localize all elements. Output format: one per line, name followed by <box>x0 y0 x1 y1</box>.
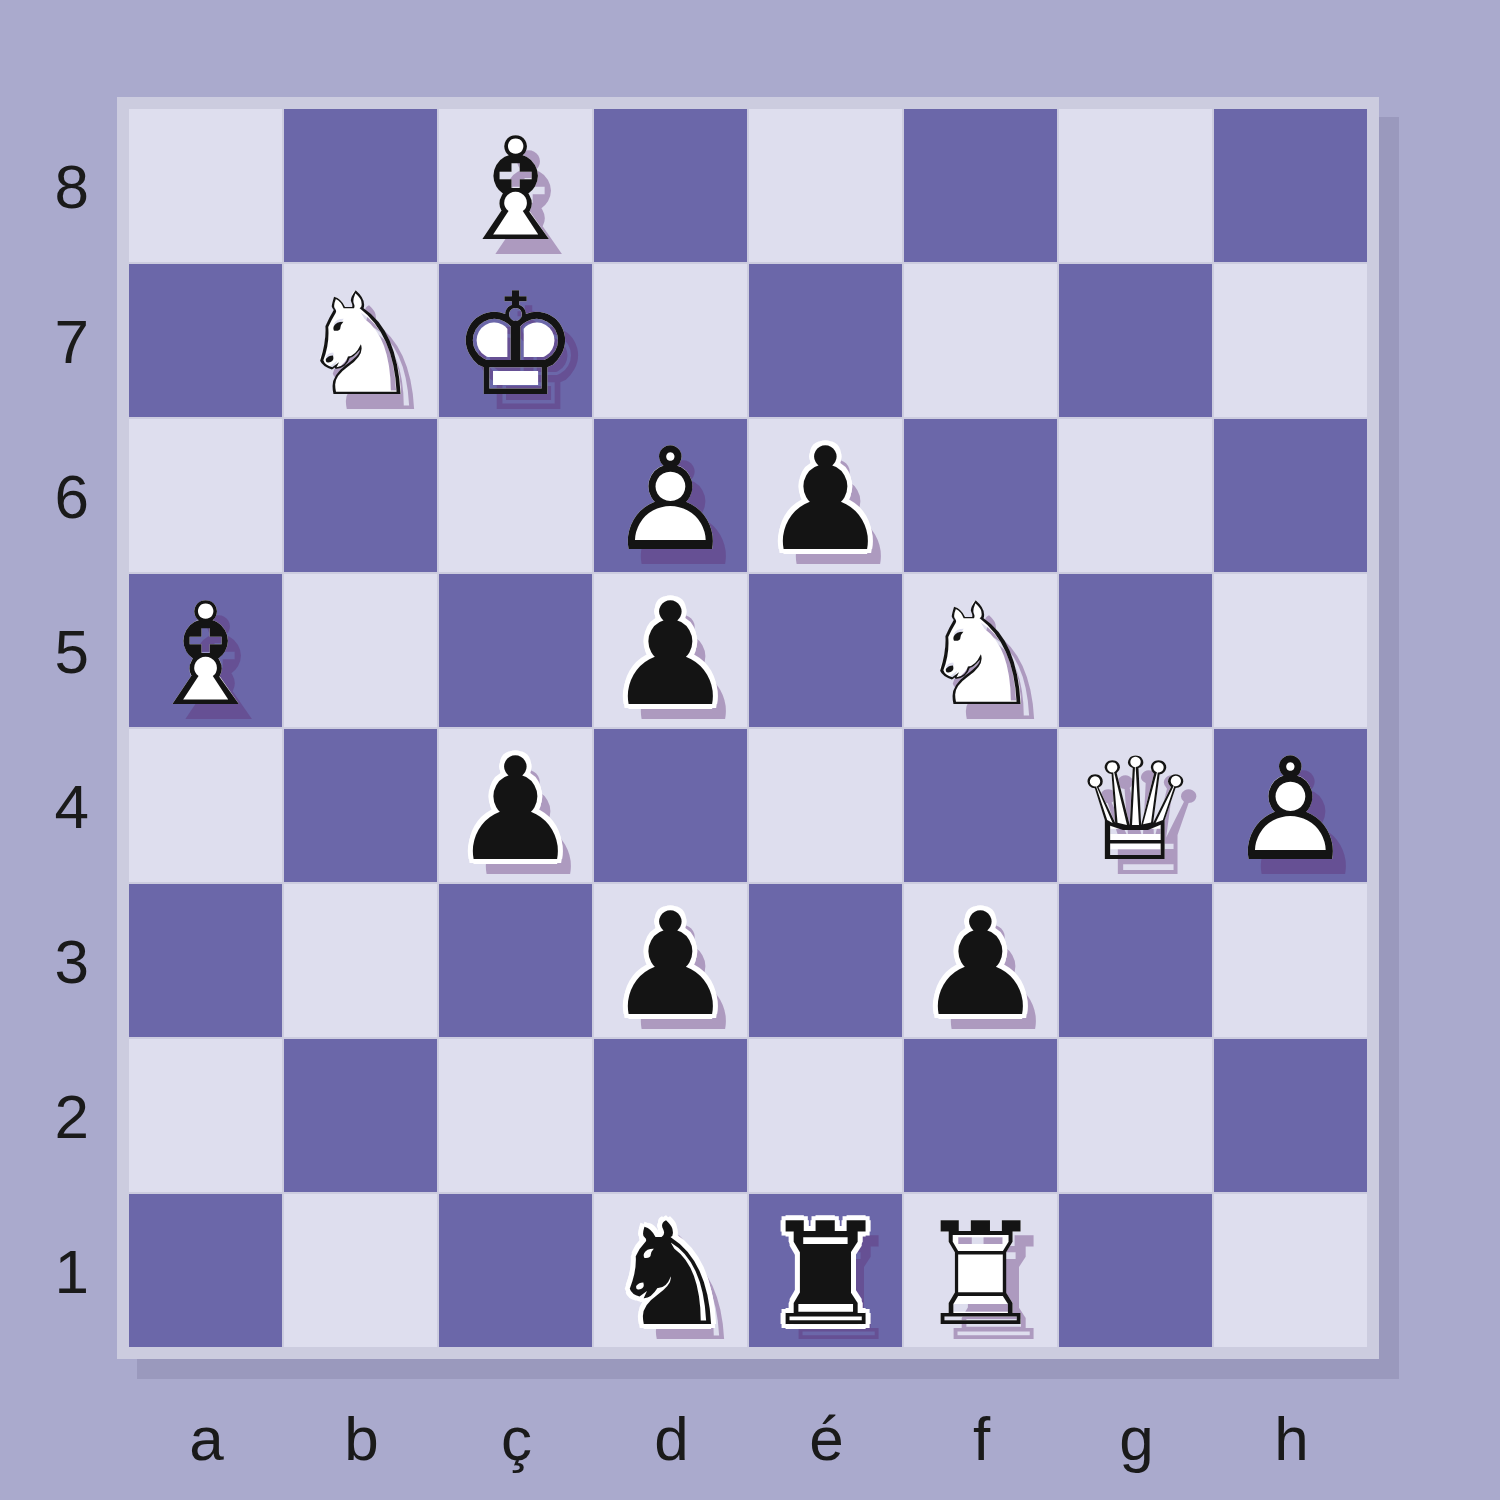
square-f5[interactable]: ♞♘ <box>904 574 1057 727</box>
piece-black-rook[interactable]: ♜ <box>749 1198 902 1351</box>
square-e1[interactable]: ♜ <box>749 1194 902 1347</box>
rank-labels: 8 7 6 5 4 3 2 1 <box>0 109 117 1349</box>
board-grid: ♝♗♞♘♚♔♟♙♟♝♗♟♞♘♟♛♕♟♙♟♟♞♜♜♖ <box>129 109 1367 1347</box>
piece-black-pawn[interactable]: ♟ <box>594 888 747 1041</box>
rank-label-4: 4 <box>0 729 117 884</box>
rank-label-3: 3 <box>0 884 117 1039</box>
piece-fill: ♟ <box>452 739 579 881</box>
piece-outline: ♙ <box>1227 739 1354 881</box>
square-f2[interactable] <box>904 1039 1057 1192</box>
piece-white-rook[interactable]: ♜♖ <box>904 1198 1057 1351</box>
square-c4[interactable]: ♟ <box>439 729 592 882</box>
square-a4[interactable] <box>129 729 282 882</box>
piece-white-king[interactable]: ♚♔ <box>439 268 592 421</box>
square-b6[interactable] <box>284 419 437 572</box>
square-g3[interactable] <box>1059 884 1212 1037</box>
piece-white-pawn[interactable]: ♟♙ <box>1214 733 1367 886</box>
square-g1[interactable] <box>1059 1194 1212 1347</box>
square-b8[interactable] <box>284 109 437 262</box>
rank-label-1: 1 <box>0 1194 117 1349</box>
piece-fill: ♞ <box>607 1204 734 1346</box>
square-a6[interactable] <box>129 419 282 572</box>
square-f7[interactable] <box>904 264 1057 417</box>
square-a1[interactable] <box>129 1194 282 1347</box>
file-label-a: a <box>129 1388 284 1488</box>
square-b3[interactable] <box>284 884 437 1037</box>
piece-fill: ♟ <box>607 584 734 726</box>
square-b7[interactable]: ♞♘ <box>284 264 437 417</box>
square-d8[interactable] <box>594 109 747 262</box>
rank-label-8: 8 <box>0 109 117 264</box>
square-h7[interactable] <box>1214 264 1367 417</box>
file-label-f: f <box>904 1388 1059 1488</box>
rank-label-2: 2 <box>0 1039 117 1194</box>
square-e3[interactable] <box>749 884 902 1037</box>
square-h8[interactable] <box>1214 109 1367 262</box>
square-h1[interactable] <box>1214 1194 1367 1347</box>
square-c8[interactable]: ♝♗ <box>439 109 592 262</box>
piece-outline: ♔ <box>452 274 579 416</box>
square-b4[interactable] <box>284 729 437 882</box>
square-h6[interactable] <box>1214 419 1367 572</box>
square-e4[interactable] <box>749 729 902 882</box>
piece-white-queen[interactable]: ♛♕ <box>1059 733 1212 886</box>
square-h4[interactable]: ♟♙ <box>1214 729 1367 882</box>
square-e7[interactable] <box>749 264 902 417</box>
square-h3[interactable] <box>1214 884 1367 1037</box>
square-a7[interactable] <box>129 264 282 417</box>
square-f3[interactable]: ♟ <box>904 884 1057 1037</box>
square-g7[interactable] <box>1059 264 1212 417</box>
file-label-h: h <box>1214 1388 1369 1488</box>
square-h2[interactable] <box>1214 1039 1367 1192</box>
square-f6[interactable] <box>904 419 1057 572</box>
file-label-d: d <box>594 1388 749 1488</box>
square-b5[interactable] <box>284 574 437 727</box>
square-g2[interactable] <box>1059 1039 1212 1192</box>
square-a2[interactable] <box>129 1039 282 1192</box>
piece-black-pawn[interactable]: ♟ <box>749 423 902 576</box>
rank-label-7: 7 <box>0 264 117 419</box>
piece-white-knight[interactable]: ♞♘ <box>284 268 437 421</box>
square-e6[interactable]: ♟ <box>749 419 902 572</box>
piece-white-knight[interactable]: ♞♘ <box>904 578 1057 731</box>
square-d5[interactable]: ♟ <box>594 574 747 727</box>
square-h5[interactable] <box>1214 574 1367 727</box>
square-b1[interactable] <box>284 1194 437 1347</box>
piece-outline: ♘ <box>917 584 1044 726</box>
piece-outline: ♗ <box>452 119 579 261</box>
piece-fill: ♟ <box>607 894 734 1036</box>
square-c1[interactable] <box>439 1194 592 1347</box>
square-d4[interactable] <box>594 729 747 882</box>
square-d1[interactable]: ♞ <box>594 1194 747 1347</box>
square-e8[interactable] <box>749 109 902 262</box>
square-f4[interactable] <box>904 729 1057 882</box>
piece-fill: ♟ <box>917 894 1044 1036</box>
piece-outline: ♘ <box>297 274 424 416</box>
square-d3[interactable]: ♟ <box>594 884 747 1037</box>
piece-outline: ♙ <box>607 429 734 571</box>
square-c2[interactable] <box>439 1039 592 1192</box>
piece-white-bishop[interactable]: ♝♗ <box>129 578 282 731</box>
square-a3[interactable] <box>129 884 282 1037</box>
square-c6[interactable] <box>439 419 592 572</box>
file-label-b: b <box>284 1388 439 1488</box>
square-g4[interactable]: ♛♕ <box>1059 729 1212 882</box>
file-labels: a b ç d é f g h <box>129 1388 1369 1488</box>
piece-black-pawn[interactable]: ♟ <box>904 888 1057 1041</box>
piece-black-pawn[interactable]: ♟ <box>439 733 592 886</box>
square-g6[interactable] <box>1059 419 1212 572</box>
file-label-g: g <box>1059 1388 1214 1488</box>
square-f8[interactable] <box>904 109 1057 262</box>
square-f1[interactable]: ♜♖ <box>904 1194 1057 1347</box>
file-label-c: ç <box>439 1388 594 1488</box>
square-g8[interactable] <box>1059 109 1212 262</box>
piece-outline: ♕ <box>1072 739 1199 881</box>
piece-black-pawn[interactable]: ♟ <box>594 578 747 731</box>
square-c7[interactable]: ♚♔ <box>439 264 592 417</box>
square-d7[interactable] <box>594 264 747 417</box>
rank-label-5: 5 <box>0 574 117 729</box>
square-a5[interactable]: ♝♗ <box>129 574 282 727</box>
chess-board: ♝♗♞♘♚♔♟♙♟♝♗♟♞♘♟♛♕♟♙♟♟♞♜♜♖ <box>117 97 1379 1359</box>
square-g5[interactable] <box>1059 574 1212 727</box>
piece-fill: ♟ <box>762 429 889 571</box>
square-b2[interactable] <box>284 1039 437 1192</box>
piece-white-pawn[interactable]: ♟♙ <box>594 423 747 576</box>
piece-outline: ♗ <box>142 584 269 726</box>
square-c3[interactable] <box>439 884 592 1037</box>
square-d2[interactable] <box>594 1039 747 1192</box>
rank-label-6: 6 <box>0 419 117 574</box>
square-a8[interactable] <box>129 109 282 262</box>
square-e5[interactable] <box>749 574 902 727</box>
file-label-e: é <box>749 1388 904 1488</box>
square-e2[interactable] <box>749 1039 902 1192</box>
piece-black-knight[interactable]: ♞ <box>594 1198 747 1351</box>
piece-fill: ♜ <box>762 1204 889 1346</box>
page-background: { "game": "chess", "position": { "fen": … <box>0 0 1500 1500</box>
square-d6[interactable]: ♟♙ <box>594 419 747 572</box>
square-c5[interactable] <box>439 574 592 727</box>
piece-white-bishop[interactable]: ♝♗ <box>439 113 592 266</box>
piece-outline: ♖ <box>917 1204 1044 1346</box>
